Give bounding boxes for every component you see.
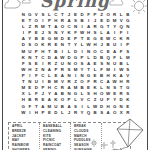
word-list-item: SPRING: [43, 149, 68, 150]
word-list-column: APRILBREEZEJACKETMAYRAINBOWSHOWERS: [9, 123, 40, 150]
word-list-item: BASEBALL: [43, 125, 68, 128]
word-list-item: SHOWERS: [12, 149, 37, 150]
word-list-item: MAY: [12, 139, 37, 142]
page-title: Spring: [0, 0, 150, 11]
word-list-item: JACKET: [12, 135, 37, 138]
word-list-item: CLEANING: [43, 130, 68, 133]
word-list-item: RAINBOW: [12, 144, 37, 147]
page-border-right: [147, 0, 148, 150]
word-list-item: CLOUDS: [74, 130, 99, 133]
cloud-icon: [3, 0, 31, 11]
word-list-box: APRILBREEZEJACKETMAYRAINBOWSHOWERSBASEBA…: [8, 122, 131, 150]
word-list-kite-area: [102, 123, 130, 150]
word-search-worksheet: { "game": "word-search", "title": "Sprin…: [0, 0, 150, 150]
word-list-item: BREAK: [74, 125, 99, 128]
word-list-item: BREEZE: [12, 130, 37, 133]
page-border-left: [2, 0, 3, 150]
word-list-item: MARCH: [74, 135, 99, 138]
word-list-item: KITE: [43, 135, 68, 138]
grid-cell: R: [124, 110, 131, 116]
word-list-item: RAINCOAT: [43, 144, 68, 147]
cloud-icon: [108, 0, 128, 7]
word-list-item: PUDDLES: [74, 139, 99, 142]
word-list-item: PICNIC: [43, 139, 68, 142]
word-list-column: BREAKCLOUDSMARCHPUDDLESSEASONSUNSHINE: [71, 123, 102, 150]
word-list-item: SEASON: [74, 144, 99, 147]
word-search-grid: NGVSLCTJEDFPZORLBETOIPHRASBIJEDMVGLZRMTA…: [20, 12, 131, 116]
word-list-column: BASEBALLCLEANINGKITEPICNICRAINCOATSPRING: [40, 123, 71, 150]
word-list-item: SUNSHINE: [74, 149, 99, 150]
word-list-item: APRIL: [12, 125, 37, 128]
